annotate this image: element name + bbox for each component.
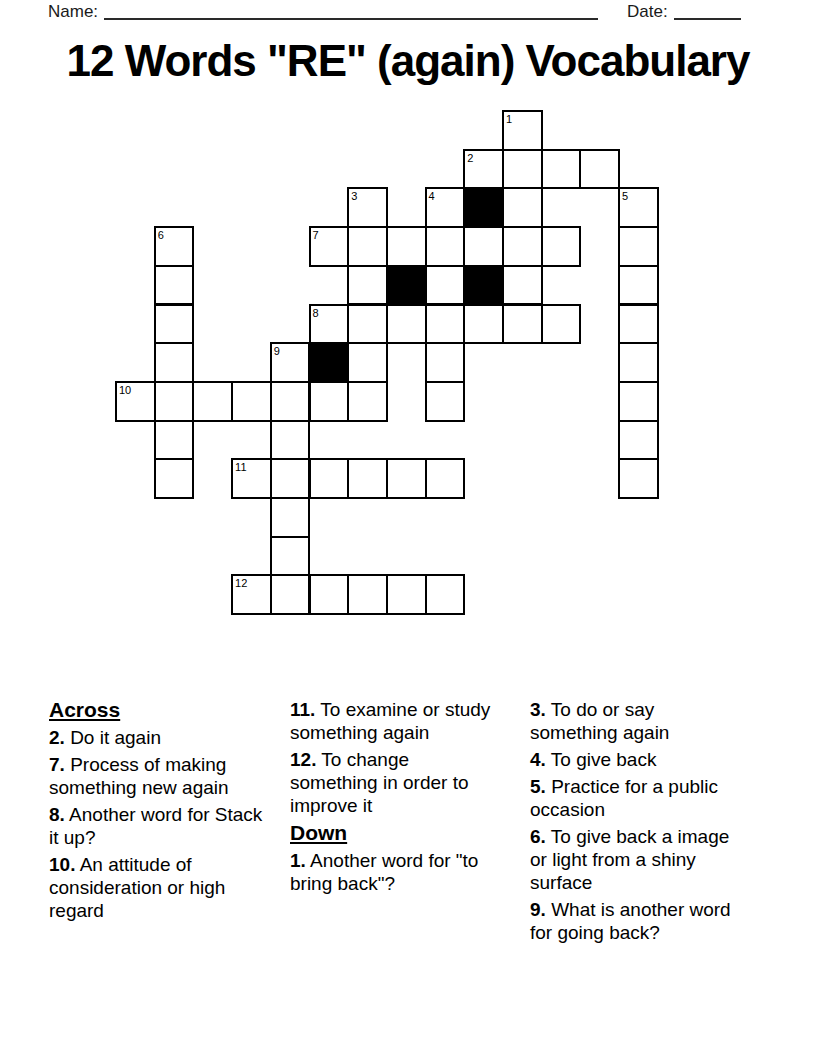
- clue-number-9: 9: [274, 346, 280, 357]
- cell-r2c10[interactable]: [502, 187, 543, 228]
- clue-number-7: 7: [313, 230, 319, 241]
- cell-r5c6[interactable]: [347, 304, 388, 345]
- cell-r3c13[interactable]: [618, 226, 659, 267]
- cell-r1c12[interactable]: [579, 149, 620, 190]
- cell-r3c9[interactable]: [463, 226, 504, 267]
- cell-r6c8[interactable]: [425, 342, 466, 383]
- clue-6: 6. To give back a image or light from a …: [530, 825, 746, 894]
- cell-r4c10[interactable]: [502, 265, 543, 306]
- clue-number-1: 1: [506, 114, 512, 125]
- cell-r5c11[interactable]: [541, 304, 582, 345]
- cell-r5c10[interactable]: [502, 304, 543, 345]
- clue-number-10: 10: [119, 385, 131, 396]
- cell-r12c4[interactable]: [270, 574, 311, 615]
- cell-r7c1[interactable]: [154, 381, 195, 422]
- cell-r3c8[interactable]: [425, 226, 466, 267]
- clue-3: 3. To do or say something again: [530, 698, 746, 744]
- cell-r5c9[interactable]: [463, 304, 504, 345]
- cell-r6c13[interactable]: [618, 342, 659, 383]
- clue-5: 5. Practice for a public occasion: [530, 775, 746, 821]
- cell-r5c7[interactable]: [386, 304, 427, 345]
- cell-r8c1[interactable]: [154, 420, 195, 461]
- cell-r9c8[interactable]: [425, 458, 466, 499]
- cell-r3c7[interactable]: [386, 226, 427, 267]
- cell-r6c6[interactable]: [347, 342, 388, 383]
- cell-r3c6[interactable]: [347, 226, 388, 267]
- cell-r12c8[interactable]: [425, 574, 466, 615]
- black-cell-r4c7: [386, 265, 427, 306]
- clues-heading-across: Across: [49, 698, 267, 721]
- cell-r7c8[interactable]: [425, 381, 466, 422]
- clue-1: 1. Another word for "to bring back"?: [290, 849, 498, 895]
- cell-r1c10[interactable]: [502, 149, 543, 190]
- clue-number-8: 8: [313, 308, 319, 319]
- clue-11: 11. To examine or study something again: [290, 698, 498, 744]
- cell-r9c7[interactable]: [386, 458, 427, 499]
- cell-r7c13[interactable]: [618, 381, 659, 422]
- cell-r7c2[interactable]: [192, 381, 233, 422]
- cell-r4c13[interactable]: [618, 265, 659, 306]
- clues-column-across: Across2. Do it again7. Process of making…: [49, 698, 267, 926]
- black-cell-r4c9: [463, 265, 504, 306]
- cell-r5c13[interactable]: [618, 304, 659, 345]
- clue-2: 2. Do it again: [49, 726, 267, 749]
- clue-9: 9. What is another word for going back?: [530, 898, 746, 944]
- clue-10: 10. An attitude of consideration or high…: [49, 853, 267, 922]
- cell-r3c11[interactable]: [541, 226, 582, 267]
- date-label: Date:: [627, 2, 668, 22]
- cell-r7c6[interactable]: [347, 381, 388, 422]
- clue-number-2: 2: [467, 153, 473, 164]
- cell-r4c8[interactable]: [425, 265, 466, 306]
- name-blank-line[interactable]: [104, 18, 598, 20]
- cell-r8c13[interactable]: [618, 420, 659, 461]
- clue-number-4: 4: [429, 191, 435, 202]
- worksheet-page: Name: Date: 12 Words "RE" (again) Vocabu…: [0, 0, 816, 1056]
- cell-r7c4[interactable]: [270, 381, 311, 422]
- cell-r7c3[interactable]: [231, 381, 272, 422]
- black-cell-r6c5: [309, 342, 350, 383]
- date-blank-line[interactable]: [674, 18, 741, 20]
- cell-r9c6[interactable]: [347, 458, 388, 499]
- cell-r9c4[interactable]: [270, 458, 311, 499]
- name-label: Name:: [48, 2, 98, 22]
- cell-r4c6[interactable]: [347, 265, 388, 306]
- clue-8: 8. Another word for Stack it up?: [49, 803, 267, 849]
- clue-7: 7. Process of making something new again: [49, 753, 267, 799]
- cell-r4c1[interactable]: [154, 265, 195, 306]
- cell-r12c7[interactable]: [386, 574, 427, 615]
- clues-heading-down: Down: [290, 821, 498, 844]
- clues-column-down: 3. To do or say something again4. To giv…: [530, 698, 746, 948]
- clue-12: 12. To change something in order to impr…: [290, 748, 498, 817]
- clue-number-3: 3: [351, 191, 357, 202]
- clue-4: 4. To give back: [530, 748, 746, 771]
- cell-r8c4[interactable]: [270, 420, 311, 461]
- clue-number-11: 11: [235, 462, 246, 473]
- cell-r12c5[interactable]: [309, 574, 350, 615]
- cell-r12c6[interactable]: [347, 574, 388, 615]
- cell-r10c4[interactable]: [270, 497, 311, 538]
- clue-number-6: 6: [158, 230, 164, 241]
- cell-r3c10[interactable]: [502, 226, 543, 267]
- clue-number-12: 12: [235, 578, 247, 589]
- cell-r5c1[interactable]: [154, 304, 195, 345]
- cell-r9c1[interactable]: [154, 458, 195, 499]
- crossword-grid: 123456789101112: [115, 110, 661, 618]
- black-cell-r2c9: [463, 187, 504, 228]
- cell-r9c13[interactable]: [618, 458, 659, 499]
- cell-r6c1[interactable]: [154, 342, 195, 383]
- clue-number-5: 5: [622, 191, 628, 202]
- cell-r11c4[interactable]: [270, 536, 311, 577]
- cell-r7c5[interactable]: [309, 381, 350, 422]
- cell-r5c8[interactable]: [425, 304, 466, 345]
- page-title: 12 Words "RE" (again) Vocabulary: [0, 36, 816, 86]
- clues-column-middle: 11. To examine or study something again1…: [290, 698, 498, 899]
- cell-r9c5[interactable]: [309, 458, 350, 499]
- cell-r1c11[interactable]: [541, 149, 582, 190]
